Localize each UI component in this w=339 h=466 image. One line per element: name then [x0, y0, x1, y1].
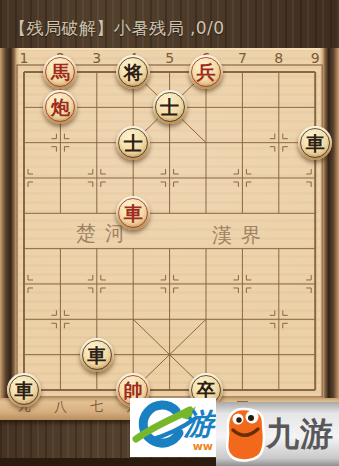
piece-black-車[interactable]: 車	[7, 373, 41, 407]
watermark-video-site: 游 ww	[130, 398, 216, 457]
file-label-top: 5	[161, 50, 179, 66]
piece-black-車[interactable]: 車	[298, 126, 332, 160]
board-left-edge	[0, 48, 19, 400]
file-label-top: 7	[233, 50, 251, 66]
page-title: 【残局破解】小暑残局 ,0/0	[0, 17, 225, 48]
file-label-top: 1	[15, 50, 33, 66]
file-label-top: 3	[88, 50, 106, 66]
piece-red-車[interactable]: 車	[116, 196, 150, 230]
watermark-partial-text: 游	[184, 404, 214, 445]
xiangqi-board[interactable]: 123456789九八七六五四三二一 楚河 漢界 馬将兵炮士士車車車車帥卒	[0, 48, 339, 420]
watermark-9game: 九游	[216, 402, 339, 466]
piece-black-車[interactable]: 車	[80, 338, 114, 372]
river-label-right: 漢界	[212, 222, 270, 249]
file-label-top: 8	[270, 50, 288, 66]
bottom-dark-strip	[0, 458, 217, 466]
file-label-bottom: 七	[88, 398, 106, 416]
title-bar: 【残局破解】小暑残局 ,0/0	[0, 0, 339, 48]
app-screen: 【残局破解】小暑残局 ,0/0 123456789九八七六五四三二一 楚河 漢界…	[0, 0, 339, 466]
file-label-bottom: 八	[51, 398, 69, 416]
9game-mascot-icon	[220, 404, 270, 466]
watermark-url-text: ww	[193, 440, 213, 453]
piece-red-兵[interactable]: 兵	[189, 55, 223, 89]
file-label-top: 9	[306, 50, 324, 66]
piece-black-将[interactable]: 将	[116, 55, 150, 89]
piece-black-士[interactable]: 士	[116, 126, 150, 160]
piece-black-士[interactable]: 士	[153, 90, 187, 124]
piece-red-炮[interactable]: 炮	[43, 90, 77, 124]
board-right-edge	[320, 48, 339, 400]
9game-brand-text: 九游	[266, 412, 334, 457]
piece-red-馬[interactable]: 馬	[43, 55, 77, 89]
